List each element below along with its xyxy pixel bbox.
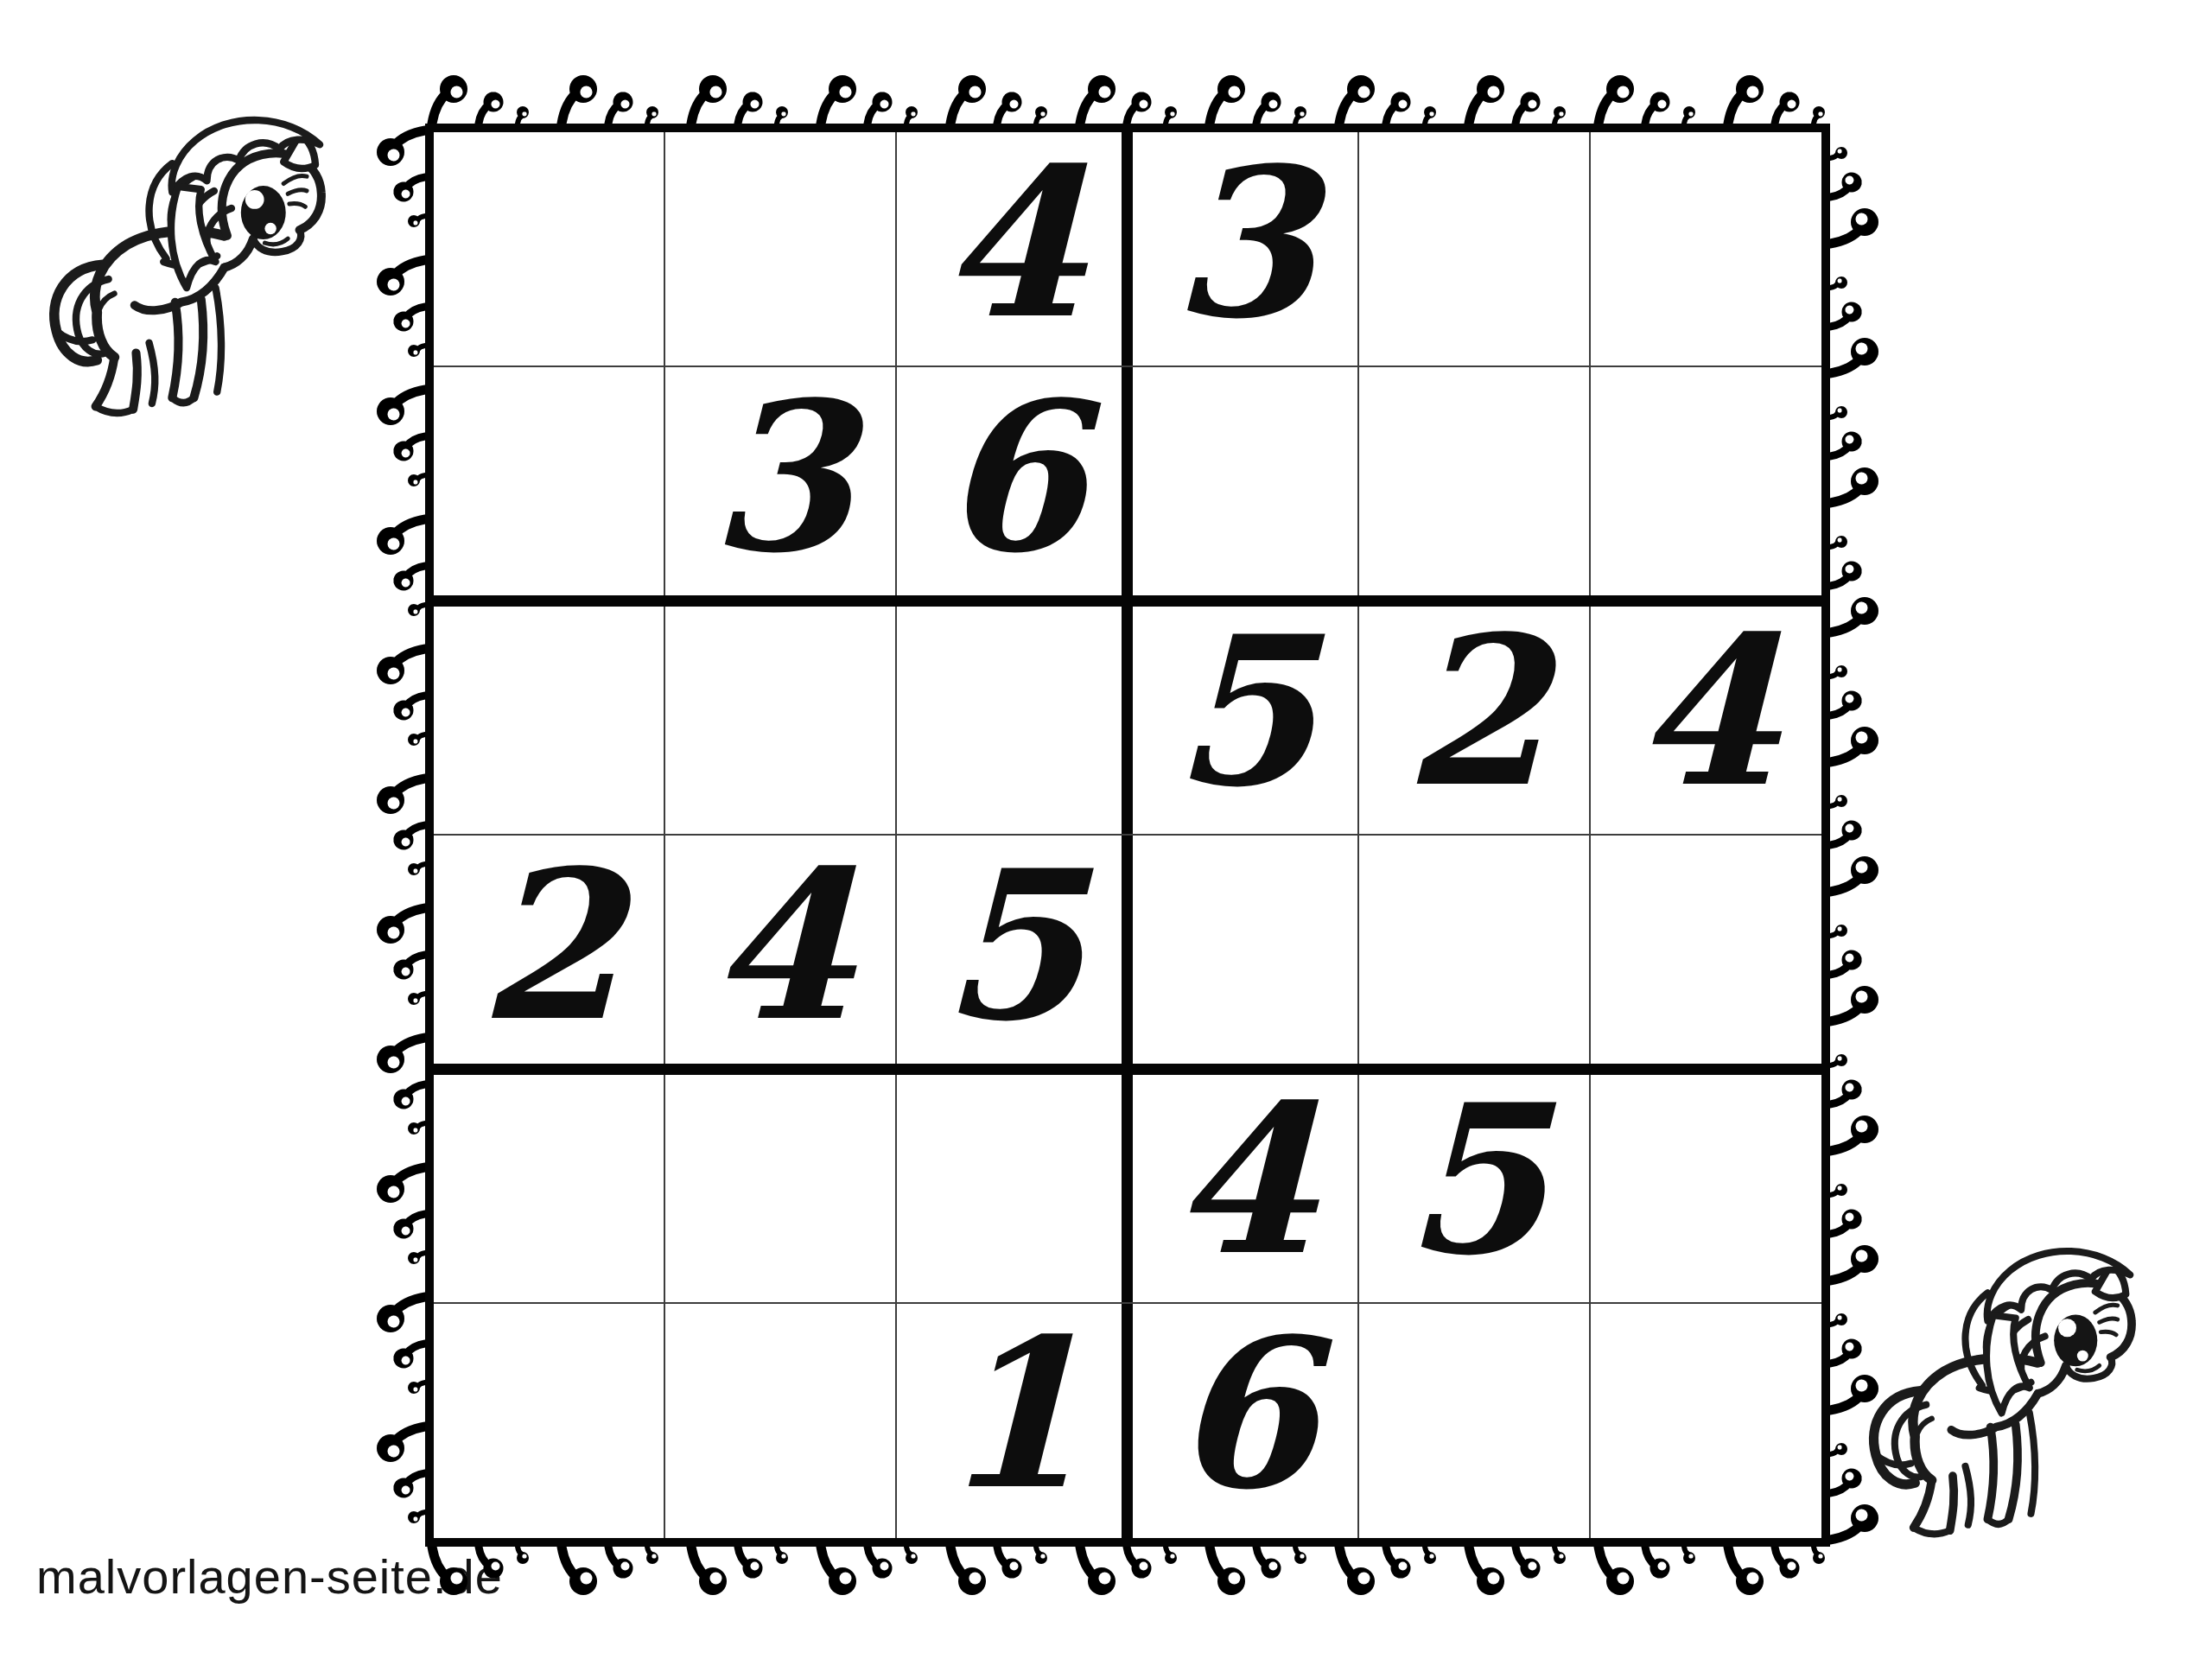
cell-r2c1[interactable] <box>434 366 665 601</box>
cell-r3c4[interactable]: 5 <box>1128 601 1359 835</box>
cell-r1c2[interactable] <box>665 132 897 366</box>
lace-border-top <box>425 72 1830 124</box>
sudoku-cell-grid: 4 3 3 6 5 2 4 2 4 5 4 5 <box>434 132 1821 1538</box>
sudoku-board: 4 3 3 6 5 2 4 2 4 5 4 5 <box>425 124 1830 1547</box>
cell-r2c5[interactable] <box>1359 366 1591 601</box>
cell-r1c6[interactable] <box>1590 132 1821 366</box>
cell-r4c5[interactable] <box>1359 835 1591 1069</box>
cell-r3c6[interactable]: 4 <box>1590 601 1821 835</box>
cell-r2c2[interactable]: 3 <box>665 366 897 601</box>
cell-r5c3[interactable] <box>896 1070 1128 1304</box>
cell-r2c3[interactable]: 6 <box>896 366 1128 601</box>
cell-r1c1[interactable] <box>434 132 665 366</box>
cell-r3c3[interactable] <box>896 601 1128 835</box>
cell-r1c3[interactable]: 4 <box>896 132 1128 366</box>
cell-r6c3[interactable]: 1 <box>896 1304 1128 1538</box>
cell-r4c3[interactable]: 5 <box>896 835 1128 1069</box>
sudoku-worksheet-page: 4 3 3 6 5 2 4 2 4 5 4 5 <box>0 0 2212 1659</box>
cell-r1c4[interactable]: 3 <box>1128 132 1359 366</box>
cell-r3c5[interactable]: 2 <box>1359 601 1591 835</box>
cell-r4c1[interactable]: 2 <box>434 835 665 1069</box>
cell-r1c5[interactable] <box>1359 132 1591 366</box>
pony-illustration-top-left <box>45 97 378 444</box>
lace-border-bottom <box>425 1547 1830 1599</box>
cell-r6c6[interactable] <box>1590 1304 1821 1538</box>
cell-r5c2[interactable] <box>665 1070 897 1304</box>
cell-r5c6[interactable] <box>1590 1070 1821 1304</box>
cell-r6c2[interactable] <box>665 1304 897 1538</box>
cell-r6c4[interactable]: 6 <box>1128 1304 1359 1538</box>
cell-r6c5[interactable] <box>1359 1304 1591 1538</box>
cell-r4c6[interactable] <box>1590 835 1821 1069</box>
cell-r4c2[interactable]: 4 <box>665 835 897 1069</box>
cell-r3c1[interactable] <box>434 601 665 835</box>
cell-r5c1[interactable] <box>434 1070 665 1304</box>
cell-r3c2[interactable] <box>665 601 897 835</box>
lace-border-left <box>373 124 425 1547</box>
pony-illustration-bottom-right <box>1865 1229 2186 1564</box>
cell-r6c1[interactable] <box>434 1304 665 1538</box>
cell-r5c4[interactable]: 4 <box>1128 1070 1359 1304</box>
cell-r2c4[interactable] <box>1128 366 1359 601</box>
cell-r2c6[interactable] <box>1590 366 1821 601</box>
cell-r5c5[interactable]: 5 <box>1359 1070 1591 1304</box>
cell-r4c4[interactable] <box>1128 835 1359 1069</box>
